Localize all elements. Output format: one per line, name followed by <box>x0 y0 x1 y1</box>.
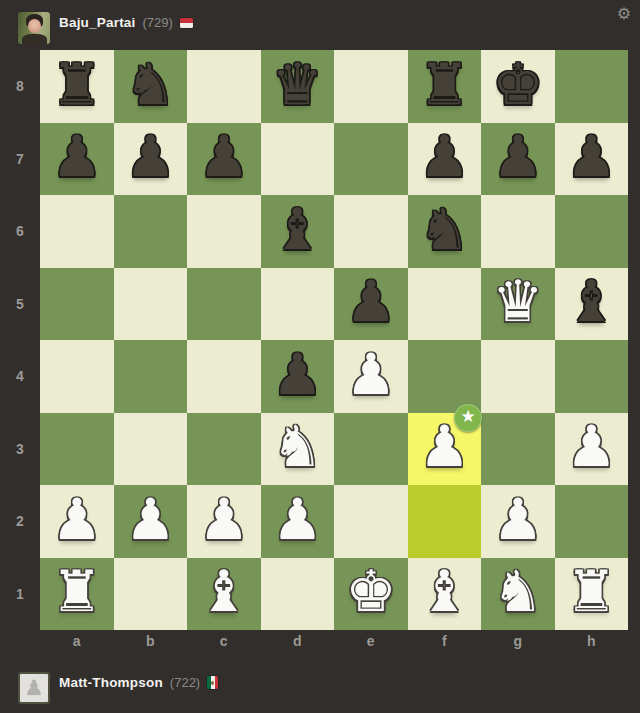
square-b4[interactable] <box>114 340 188 413</box>
white-king[interactable]: ♚ <box>345 563 396 620</box>
square-a6[interactable] <box>40 195 114 268</box>
rank-label-4: 4 <box>0 340 40 413</box>
square-h2[interactable] <box>555 485 629 558</box>
avatar-photo-body <box>22 34 47 44</box>
bottom-player-bar: ♟ Matt-Thompson (722) <box>0 672 640 710</box>
square-h4[interactable] <box>555 340 629 413</box>
best-move-star-badge: ★ <box>454 404 482 432</box>
rank-label-8: 8 <box>0 50 40 123</box>
top-player-rating: (729) <box>142 15 172 30</box>
file-label-g: g <box>481 630 555 652</box>
square-b2[interactable]: ♟ <box>114 485 188 558</box>
square-d7[interactable] <box>261 123 335 196</box>
square-c1[interactable]: ♝ <box>187 558 261 631</box>
square-g8[interactable]: ♚ <box>481 50 555 123</box>
square-e6[interactable] <box>334 195 408 268</box>
square-h1[interactable]: ♜ <box>555 558 629 631</box>
white-pawn[interactable]: ♟ <box>125 491 176 548</box>
indonesia-flag-icon <box>180 18 193 28</box>
settings-gear-icon[interactable]: ⚙ <box>617 6 631 22</box>
square-e4[interactable]: ♟ <box>334 340 408 413</box>
black-pawn[interactable]: ♟ <box>125 128 176 185</box>
white-pawn[interactable]: ♟ <box>345 346 396 403</box>
white-pawn[interactable]: ♟ <box>51 491 102 548</box>
avatar-photo-face <box>28 19 41 33</box>
rank-label-3: 3 <box>0 413 40 486</box>
white-pawn[interactable]: ♟ <box>198 491 249 548</box>
black-rook[interactable]: ♜ <box>51 56 102 113</box>
black-bishop[interactable]: ♝ <box>272 201 323 258</box>
black-pawn[interactable]: ♟ <box>419 128 470 185</box>
square-b7[interactable]: ♟ <box>114 123 188 196</box>
square-c4[interactable] <box>187 340 261 413</box>
square-c3[interactable] <box>187 413 261 486</box>
square-f7[interactable]: ♟ <box>408 123 482 196</box>
file-labels: abcdefgh <box>40 630 628 652</box>
white-queen[interactable]: ♛ <box>492 273 543 330</box>
square-f1[interactable]: ♝ <box>408 558 482 631</box>
white-knight[interactable]: ♞ <box>272 418 323 475</box>
square-b1[interactable] <box>114 558 188 631</box>
square-d4[interactable]: ♟ <box>261 340 335 413</box>
square-g3[interactable] <box>481 413 555 486</box>
default-avatar-pawn-icon: ♟ <box>25 678 44 699</box>
white-pawn[interactable]: ♟ <box>492 491 543 548</box>
square-g2[interactable]: ♟ <box>481 485 555 558</box>
square-h8[interactable] <box>555 50 629 123</box>
rank-label-5: 5 <box>0 268 40 341</box>
square-b3[interactable] <box>114 413 188 486</box>
bottom-player-name[interactable]: Matt-Thompson <box>59 675 163 690</box>
square-e7[interactable] <box>334 123 408 196</box>
square-f8[interactable]: ♜ <box>408 50 482 123</box>
rank-label-6: 6 <box>0 195 40 268</box>
square-d5[interactable] <box>261 268 335 341</box>
black-pawn[interactable]: ♟ <box>51 128 102 185</box>
square-b5[interactable] <box>114 268 188 341</box>
file-label-e: e <box>334 630 408 652</box>
white-rook[interactable]: ♜ <box>566 563 617 620</box>
black-pawn[interactable]: ♟ <box>345 273 396 330</box>
square-c6[interactable] <box>187 195 261 268</box>
chess-board: ♜♞♛♜♚♟♟♟♟♟♟♝♞♟♛♝♟♟♞♟♟♟♟♟♟♟♜♝♚♝♞♜★ <box>40 50 628 630</box>
square-f2[interactable] <box>408 485 482 558</box>
square-a5[interactable] <box>40 268 114 341</box>
square-a7[interactable]: ♟ <box>40 123 114 196</box>
square-h7[interactable]: ♟ <box>555 123 629 196</box>
square-a1[interactable]: ♜ <box>40 558 114 631</box>
top-player-avatar[interactable] <box>18 12 50 44</box>
bottom-player-avatar[interactable]: ♟ <box>18 672 50 704</box>
square-e5[interactable]: ♟ <box>334 268 408 341</box>
black-rook[interactable]: ♜ <box>419 56 470 113</box>
black-knight[interactable]: ♞ <box>419 201 470 258</box>
square-h3[interactable]: ♟ <box>555 413 629 486</box>
square-a4[interactable] <box>40 340 114 413</box>
black-pawn[interactable]: ♟ <box>198 128 249 185</box>
file-label-c: c <box>187 630 261 652</box>
bottom-player-rating: (722) <box>170 675 200 690</box>
mexico-flag-icon <box>207 676 218 689</box>
white-pawn[interactable]: ♟ <box>566 418 617 475</box>
square-f6[interactable]: ♞ <box>408 195 482 268</box>
square-a2[interactable]: ♟ <box>40 485 114 558</box>
rank-label-1: 1 <box>0 558 40 631</box>
square-f5[interactable] <box>408 268 482 341</box>
square-d1[interactable] <box>261 558 335 631</box>
square-d3[interactable]: ♞ <box>261 413 335 486</box>
black-queen[interactable]: ♛ <box>272 56 323 113</box>
square-d8[interactable]: ♛ <box>261 50 335 123</box>
black-knight[interactable]: ♞ <box>125 56 176 113</box>
square-c8[interactable] <box>187 50 261 123</box>
square-g7[interactable]: ♟ <box>481 123 555 196</box>
white-knight[interactable]: ♞ <box>492 563 543 620</box>
square-a8[interactable]: ♜ <box>40 50 114 123</box>
black-pawn[interactable]: ♟ <box>492 128 543 185</box>
square-g6[interactable] <box>481 195 555 268</box>
square-c5[interactable] <box>187 268 261 341</box>
square-a3[interactable] <box>40 413 114 486</box>
square-f4[interactable] <box>408 340 482 413</box>
black-bishop[interactable]: ♝ <box>566 273 617 330</box>
white-bishop[interactable]: ♝ <box>198 563 249 620</box>
file-label-d: d <box>261 630 335 652</box>
star-icon: ★ <box>460 408 475 425</box>
black-pawn[interactable]: ♟ <box>566 128 617 185</box>
square-c2[interactable]: ♟ <box>187 485 261 558</box>
square-c7[interactable]: ♟ <box>187 123 261 196</box>
rank-label-2: 2 <box>0 485 40 558</box>
square-g1[interactable]: ♞ <box>481 558 555 631</box>
black-pawn[interactable]: ♟ <box>272 346 323 403</box>
file-label-h: h <box>555 630 629 652</box>
square-g4[interactable] <box>481 340 555 413</box>
top-player-bar: Baju_Partai (729) <box>0 12 640 50</box>
white-pawn[interactable]: ♟ <box>272 491 323 548</box>
top-player-name[interactable]: Baju_Partai <box>59 15 135 30</box>
file-label-a: a <box>40 630 114 652</box>
black-king[interactable]: ♚ <box>492 56 543 113</box>
square-h5[interactable]: ♝ <box>555 268 629 341</box>
square-d2[interactable]: ♟ <box>261 485 335 558</box>
square-e3[interactable] <box>334 413 408 486</box>
square-g5[interactable]: ♛ <box>481 268 555 341</box>
square-b8[interactable]: ♞ <box>114 50 188 123</box>
white-rook[interactable]: ♜ <box>51 563 102 620</box>
file-label-b: b <box>114 630 188 652</box>
square-h6[interactable] <box>555 195 629 268</box>
square-e2[interactable] <box>334 485 408 558</box>
square-d6[interactable]: ♝ <box>261 195 335 268</box>
white-bishop[interactable]: ♝ <box>419 563 470 620</box>
rank-labels: 87654321 <box>0 50 40 630</box>
file-label-f: f <box>408 630 482 652</box>
square-e1[interactable]: ♚ <box>334 558 408 631</box>
rank-label-7: 7 <box>0 123 40 196</box>
square-e8[interactable] <box>334 50 408 123</box>
square-b6[interactable] <box>114 195 188 268</box>
